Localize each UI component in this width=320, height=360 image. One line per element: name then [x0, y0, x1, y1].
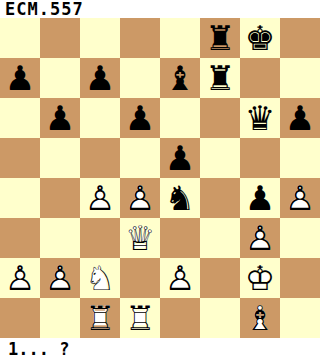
white-pawn: ♙ — [240, 218, 280, 258]
square-e6[interactable] — [160, 98, 200, 138]
square-f7[interactable]: ♜ — [200, 58, 240, 98]
square-g4[interactable]: ♟ — [240, 178, 280, 218]
square-g3[interactable]: ♟♙ — [240, 218, 280, 258]
square-f3[interactable] — [200, 218, 240, 258]
square-d7[interactable] — [120, 58, 160, 98]
square-d3[interactable]: ♛♕ — [120, 218, 160, 258]
square-b6[interactable]: ♟ — [40, 98, 80, 138]
black-pawn: ♟ — [0, 58, 40, 98]
white-pawn: ♙ — [160, 258, 200, 298]
black-pawn: ♟ — [120, 98, 160, 138]
square-a7[interactable]: ♟ — [0, 58, 40, 98]
square-g6[interactable]: ♛ — [240, 98, 280, 138]
white-rook-fill: ♜ — [120, 298, 160, 338]
square-b7[interactable] — [40, 58, 80, 98]
white-queen: ♕ — [120, 218, 160, 258]
square-h2[interactable] — [280, 258, 320, 298]
black-rook: ♜ — [200, 58, 240, 98]
black-pawn: ♟ — [280, 98, 320, 138]
black-pawn: ♟ — [240, 178, 280, 218]
square-c1[interactable]: ♜♖ — [80, 298, 120, 338]
white-knight: ♘ — [80, 258, 120, 298]
title-bar: ECM.557 — [0, 0, 320, 18]
square-a1[interactable] — [0, 298, 40, 338]
square-a4[interactable] — [0, 178, 40, 218]
square-a2[interactable]: ♟♙ — [0, 258, 40, 298]
square-d4[interactable]: ♟♙ — [120, 178, 160, 218]
square-e1[interactable] — [160, 298, 200, 338]
square-g8[interactable]: ♚ — [240, 18, 280, 58]
square-g2[interactable]: ♚♔ — [240, 258, 280, 298]
white-knight-fill: ♞ — [80, 258, 120, 298]
square-f2[interactable] — [200, 258, 240, 298]
square-a8[interactable] — [0, 18, 40, 58]
square-d1[interactable]: ♜♖ — [120, 298, 160, 338]
square-h7[interactable] — [280, 58, 320, 98]
puzzle-title: ECM.557 — [5, 0, 84, 18]
move-prompt: 1... ? — [8, 339, 69, 359]
square-e8[interactable] — [160, 18, 200, 58]
square-f8[interactable]: ♜ — [200, 18, 240, 58]
white-pawn-fill: ♟ — [160, 258, 200, 298]
white-pawn-fill: ♟ — [120, 178, 160, 218]
square-h8[interactable] — [280, 18, 320, 58]
square-b8[interactable] — [40, 18, 80, 58]
square-e7[interactable]: ♝ — [160, 58, 200, 98]
white-pawn: ♙ — [0, 258, 40, 298]
square-c2[interactable]: ♞♘ — [80, 258, 120, 298]
white-pawn: ♙ — [40, 258, 80, 298]
white-king: ♔ — [240, 258, 280, 298]
square-g5[interactable] — [240, 138, 280, 178]
white-bishop-fill: ♝ — [240, 298, 280, 338]
square-h4[interactable]: ♟♙ — [280, 178, 320, 218]
white-pawn-fill: ♟ — [40, 258, 80, 298]
black-knight: ♞ — [160, 178, 200, 218]
square-e3[interactable] — [160, 218, 200, 258]
white-pawn-fill: ♟ — [240, 218, 280, 258]
square-c6[interactable] — [80, 98, 120, 138]
square-f1[interactable] — [200, 298, 240, 338]
white-rook: ♖ — [80, 298, 120, 338]
square-c8[interactable] — [80, 18, 120, 58]
square-f4[interactable] — [200, 178, 240, 218]
white-king-fill: ♚ — [240, 258, 280, 298]
square-c3[interactable] — [80, 218, 120, 258]
white-queen-fill: ♛ — [120, 218, 160, 258]
square-a5[interactable] — [0, 138, 40, 178]
square-h5[interactable] — [280, 138, 320, 178]
square-b3[interactable] — [40, 218, 80, 258]
square-h6[interactable]: ♟ — [280, 98, 320, 138]
square-f5[interactable] — [200, 138, 240, 178]
black-queen: ♛ — [240, 98, 280, 138]
square-g1[interactable]: ♝♗ — [240, 298, 280, 338]
square-g7[interactable] — [240, 58, 280, 98]
white-pawn: ♙ — [80, 178, 120, 218]
black-rook: ♜ — [200, 18, 240, 58]
square-f6[interactable] — [200, 98, 240, 138]
white-pawn-fill: ♟ — [280, 178, 320, 218]
black-king: ♚ — [240, 18, 280, 58]
square-b5[interactable] — [40, 138, 80, 178]
white-pawn-fill: ♟ — [80, 178, 120, 218]
square-c7[interactable]: ♟ — [80, 58, 120, 98]
square-d2[interactable] — [120, 258, 160, 298]
square-e2[interactable]: ♟♙ — [160, 258, 200, 298]
square-c4[interactable]: ♟♙ — [80, 178, 120, 218]
white-rook: ♖ — [120, 298, 160, 338]
white-bishop: ♗ — [240, 298, 280, 338]
chess-board: ♜♚♟♟♝♜♟♟♛♟♟♟♙♟♙♞♟♟♙♛♕♟♙♟♙♟♙♞♘♟♙♚♔♜♖♜♖♝♗ — [0, 18, 320, 338]
square-a6[interactable] — [0, 98, 40, 138]
square-b2[interactable]: ♟♙ — [40, 258, 80, 298]
square-b4[interactable] — [40, 178, 80, 218]
white-pawn-fill: ♟ — [0, 258, 40, 298]
black-pawn: ♟ — [40, 98, 80, 138]
square-d8[interactable] — [120, 18, 160, 58]
black-bishop: ♝ — [160, 58, 200, 98]
status-bar: 1... ? — [0, 338, 320, 360]
square-d6[interactable]: ♟ — [120, 98, 160, 138]
black-pawn: ♟ — [160, 138, 200, 178]
square-e4[interactable]: ♞ — [160, 178, 200, 218]
square-b1[interactable] — [40, 298, 80, 338]
square-c5[interactable] — [80, 138, 120, 178]
black-pawn: ♟ — [80, 58, 120, 98]
white-pawn: ♙ — [120, 178, 160, 218]
square-h3[interactable] — [280, 218, 320, 258]
white-rook-fill: ♜ — [80, 298, 120, 338]
square-h1[interactable] — [280, 298, 320, 338]
white-pawn: ♙ — [280, 178, 320, 218]
square-a3[interactable] — [0, 218, 40, 258]
square-d5[interactable] — [120, 138, 160, 178]
square-e5[interactable]: ♟ — [160, 138, 200, 178]
